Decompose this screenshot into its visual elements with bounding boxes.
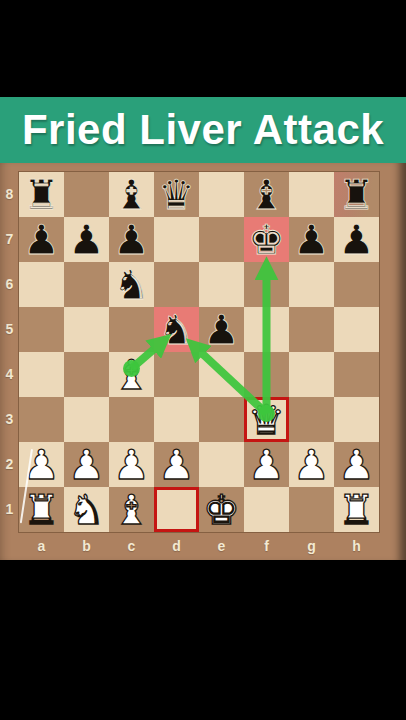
piece-black-knight[interactable]: ♞ — [113, 263, 150, 308]
square-c1[interactable]: ♝ — [109, 487, 154, 532]
square-d6[interactable] — [154, 262, 199, 307]
piece-white-knight[interactable]: ♞ — [68, 488, 105, 533]
square-a5[interactable] — [19, 307, 64, 352]
square-f2[interactable]: ♟ — [244, 442, 289, 487]
square-d1[interactable] — [154, 487, 199, 532]
square-h5[interactable] — [334, 307, 379, 352]
video-frame: Fried Liver Attack 87654321 ♜♝♛♝♜♟♟♟♚♟♟♞… — [0, 0, 406, 720]
file-label-f: f — [244, 532, 289, 560]
square-c8[interactable]: ♝ — [109, 172, 154, 217]
piece-white-pawn[interactable]: ♟ — [338, 443, 375, 488]
square-e8[interactable] — [199, 172, 244, 217]
file-labels: abcdefgh — [19, 532, 379, 560]
square-a8[interactable]: ♜ — [19, 172, 64, 217]
piece-black-pawn[interactable]: ♟ — [113, 218, 150, 263]
square-d5[interactable]: ♞ — [154, 307, 199, 352]
square-a7[interactable]: ♟ — [19, 217, 64, 262]
piece-white-pawn[interactable]: ♟ — [158, 443, 195, 488]
piece-black-queen[interactable]: ♛ — [158, 173, 195, 218]
square-f6[interactable] — [244, 262, 289, 307]
piece-black-pawn[interactable]: ♟ — [338, 218, 375, 263]
square-h4[interactable] — [334, 352, 379, 397]
opening-title: Fried Liver Attack — [22, 106, 384, 154]
piece-white-pawn[interactable]: ♟ — [113, 443, 150, 488]
square-h7[interactable]: ♟ — [334, 217, 379, 262]
square-c5[interactable] — [109, 307, 154, 352]
square-h2[interactable]: ♟ — [334, 442, 379, 487]
piece-black-rook[interactable]: ♜ — [23, 173, 60, 218]
piece-white-queen[interactable]: ♛ — [248, 398, 285, 443]
square-c7[interactable]: ♟ — [109, 217, 154, 262]
square-c6[interactable]: ♞ — [109, 262, 154, 307]
square-b6[interactable] — [64, 262, 109, 307]
square-e3[interactable] — [199, 397, 244, 442]
rank-label-5: 5 — [0, 307, 19, 352]
square-h3[interactable] — [334, 397, 379, 442]
square-g1[interactable] — [289, 487, 334, 532]
square-e2[interactable] — [199, 442, 244, 487]
square-g7[interactable]: ♟ — [289, 217, 334, 262]
square-f4[interactable] — [244, 352, 289, 397]
rank-label-8: 8 — [0, 172, 19, 217]
file-label-g: g — [289, 532, 334, 560]
square-e7[interactable] — [199, 217, 244, 262]
rank-label-1: 1 — [0, 487, 19, 532]
square-g6[interactable] — [289, 262, 334, 307]
piece-white-pawn[interactable]: ♟ — [68, 443, 105, 488]
title-banner: Fried Liver Attack — [0, 97, 406, 163]
rank-label-6: 6 — [0, 262, 19, 307]
square-e4[interactable] — [199, 352, 244, 397]
file-label-e: e — [199, 532, 244, 560]
square-f8[interactable]: ♝ — [244, 172, 289, 217]
square-b1[interactable]: ♞ — [64, 487, 109, 532]
square-c4[interactable]: ♝ — [109, 352, 154, 397]
square-d8[interactable]: ♛ — [154, 172, 199, 217]
square-b5[interactable] — [64, 307, 109, 352]
square-g5[interactable] — [289, 307, 334, 352]
square-h8[interactable]: ♜ — [334, 172, 379, 217]
square-b8[interactable] — [64, 172, 109, 217]
piece-black-bishop[interactable]: ♝ — [113, 173, 150, 218]
piece-white-pawn[interactable]: ♟ — [293, 443, 330, 488]
file-label-b: b — [64, 532, 109, 560]
square-b3[interactable] — [64, 397, 109, 442]
piece-white-pawn[interactable]: ♟ — [248, 443, 285, 488]
piece-white-rook[interactable]: ♜ — [338, 488, 375, 533]
square-c2[interactable]: ♟ — [109, 442, 154, 487]
square-e6[interactable] — [199, 262, 244, 307]
square-g3[interactable] — [289, 397, 334, 442]
piece-black-pawn[interactable]: ♟ — [293, 218, 330, 263]
piece-black-knight[interactable]: ♞ — [158, 308, 195, 353]
square-d4[interactable] — [154, 352, 199, 397]
square-b4[interactable] — [64, 352, 109, 397]
square-f7[interactable]: ♚ — [244, 217, 289, 262]
piece-white-rook[interactable]: ♜ — [23, 488, 60, 533]
piece-white-king[interactable]: ♚ — [203, 488, 240, 533]
piece-black-king[interactable]: ♚ — [248, 218, 285, 263]
file-label-a: a — [19, 532, 64, 560]
piece-black-pawn[interactable]: ♟ — [68, 218, 105, 263]
square-f3[interactable]: ♛ — [244, 397, 289, 442]
rank-label-3: 3 — [0, 397, 19, 442]
piece-black-rook[interactable]: ♜ — [338, 173, 375, 218]
square-a3[interactable] — [19, 397, 64, 442]
square-b2[interactable]: ♟ — [64, 442, 109, 487]
square-h6[interactable] — [334, 262, 379, 307]
file-label-h: h — [334, 532, 379, 560]
square-b7[interactable]: ♟ — [64, 217, 109, 262]
chess-board-frame: 87654321 ♜♝♛♝♜♟♟♟♚♟♟♞♞♟♝♛♟♟♟♟♟♟♟♜♞♝♚♜ ab… — [0, 163, 406, 560]
square-g2[interactable]: ♟ — [289, 442, 334, 487]
square-e5[interactable]: ♟ — [199, 307, 244, 352]
square-e1[interactable]: ♚ — [199, 487, 244, 532]
chess-board[interactable]: ♜♝♛♝♜♟♟♟♚♟♟♞♞♟♝♛♟♟♟♟♟♟♟♜♞♝♚♜ — [19, 172, 379, 532]
rank-label-7: 7 — [0, 217, 19, 262]
piece-black-bishop[interactable]: ♝ — [248, 173, 285, 218]
square-g4[interactable] — [289, 352, 334, 397]
square-f1[interactable] — [244, 487, 289, 532]
square-a6[interactable] — [19, 262, 64, 307]
piece-black-pawn[interactable]: ♟ — [203, 308, 240, 353]
square-a4[interactable] — [19, 352, 64, 397]
square-h1[interactable]: ♜ — [334, 487, 379, 532]
file-label-d: d — [154, 532, 199, 560]
square-d7[interactable] — [154, 217, 199, 262]
square-f5[interactable] — [244, 307, 289, 352]
file-label-c: c — [109, 532, 154, 560]
piece-white-bishop[interactable]: ♝ — [113, 488, 150, 533]
rank-label-2: 2 — [0, 442, 19, 487]
rank-label-4: 4 — [0, 352, 19, 397]
rank-labels: 87654321 — [0, 172, 19, 532]
square-d2[interactable]: ♟ — [154, 442, 199, 487]
piece-white-bishop[interactable]: ♝ — [113, 353, 150, 398]
square-c3[interactable] — [109, 397, 154, 442]
square-g8[interactable] — [289, 172, 334, 217]
square-d3[interactable] — [154, 397, 199, 442]
piece-black-pawn[interactable]: ♟ — [23, 218, 60, 263]
